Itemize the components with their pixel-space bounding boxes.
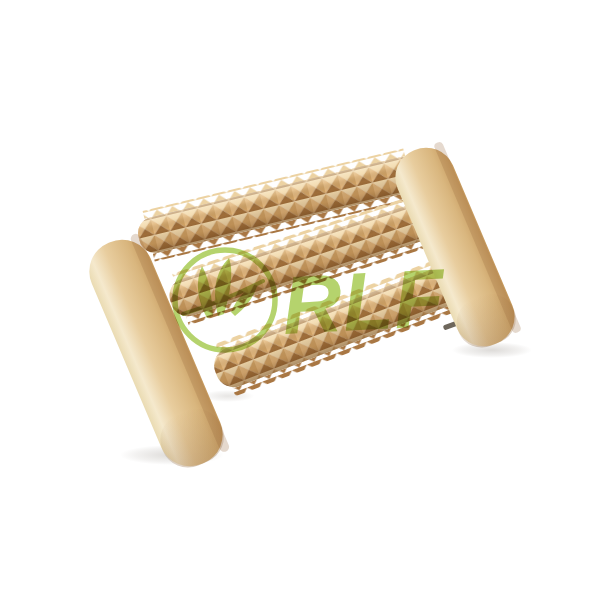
- product-photo: RLF: [0, 0, 600, 600]
- product-illustration: RLF: [0, 0, 600, 600]
- watermark-text: RLF: [280, 252, 448, 351]
